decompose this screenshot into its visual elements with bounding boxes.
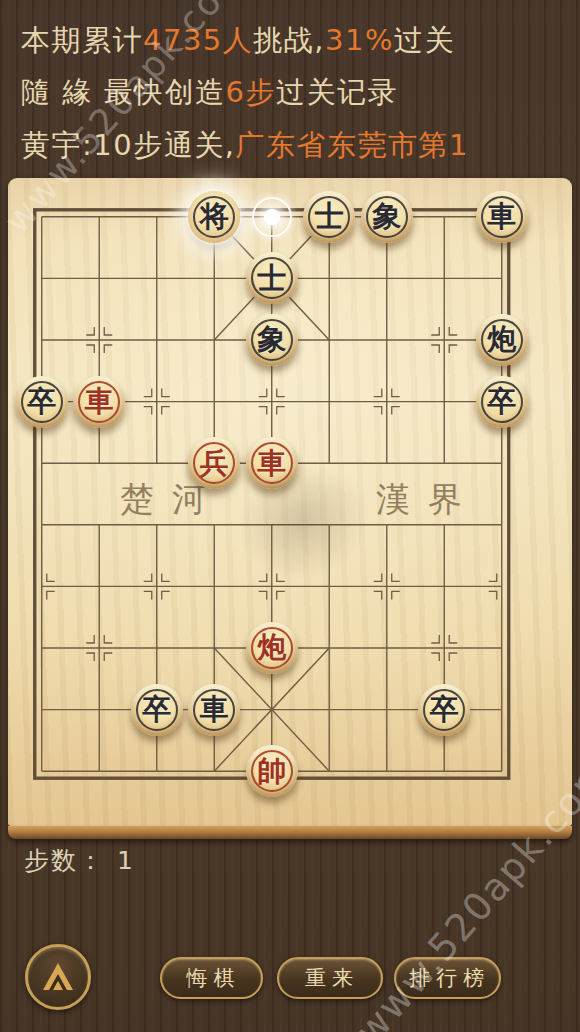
piece-character: 車 (200, 695, 229, 724)
piece-character: 将 (200, 202, 229, 231)
info-segment: 31% (325, 23, 394, 57)
board-front-edge (8, 826, 572, 839)
piece-character: 卒 (430, 695, 459, 724)
piece-black-chariot[interactable]: 車 (476, 191, 528, 243)
piece-character: 象 (257, 325, 286, 354)
piece-character: 帥 (257, 757, 286, 786)
info-segment: 4735人 (143, 23, 253, 57)
info-segment: 过关 (394, 23, 455, 57)
last-move-origin-marker (252, 197, 292, 237)
app-screen: 本期累计4735人挑战,31%过关 隨 緣 最快创造6步过关记录 黄宇:10步通… (0, 0, 580, 1032)
piece-black-soldier[interactable]: 卒 (131, 684, 183, 736)
piece-character: 士 (315, 202, 344, 231)
move-counter: 步数：1 (24, 844, 135, 877)
info-segment: 6步 (225, 75, 275, 109)
info-segment: 本期累计 (21, 23, 143, 57)
move-counter-label: 步数： (24, 846, 105, 875)
info-segment: 黄宇:10步通关, (21, 128, 235, 162)
piece-black-chariot[interactable]: 車 (188, 684, 240, 736)
info-segment: 隨 緣 最快创造 (21, 75, 225, 109)
info-segment: 挑战, (253, 23, 325, 57)
piece-black-advisor[interactable]: 士 (246, 252, 298, 304)
undo-button[interactable]: 悔棋 (160, 957, 263, 999)
pieces-layer: 将士象車士象炮卒車卒兵車炮卒車卒帥 (13, 186, 531, 802)
leaderboard-button[interactable]: 排行榜 (394, 957, 501, 999)
xiangqi-board[interactable]: 楚河 漢界 将士象車士象炮卒車卒兵車炮卒車卒帥 (8, 178, 572, 826)
piece-black-elephant[interactable]: 象 (361, 191, 413, 243)
piece-character: 士 (257, 264, 286, 293)
info-line-top-player: 黄宇:10步通关,广东省东莞市第1 (21, 129, 469, 161)
restart-button[interactable]: 重来 (277, 957, 383, 999)
info-line-record: 隨 緣 最快创造6步过关记录 (21, 76, 398, 108)
piece-character: 象 (372, 202, 401, 231)
chevron-up-icon (40, 961, 76, 993)
piece-character: 炮 (257, 633, 286, 662)
piece-red-cannon[interactable]: 炮 (246, 622, 298, 674)
piece-black-general[interactable]: 将 (188, 191, 240, 243)
piece-black-soldier[interactable]: 卒 (16, 376, 68, 428)
expand-button[interactable] (25, 944, 91, 1010)
info-segment: 广东省东莞市第1 (235, 128, 468, 162)
piece-character: 兵 (200, 449, 229, 478)
piece-black-advisor[interactable]: 士 (303, 191, 355, 243)
piece-character: 卒 (142, 695, 171, 724)
info-line-challenge-stats: 本期累计4735人挑战,31%过关 (21, 24, 455, 56)
piece-black-soldier[interactable]: 卒 (476, 376, 528, 428)
piece-character: 炮 (487, 325, 516, 354)
piece-character: 車 (257, 449, 286, 478)
move-counter-value: 1 (117, 846, 135, 875)
piece-black-soldier[interactable]: 卒 (418, 684, 470, 736)
piece-character: 車 (487, 202, 516, 231)
piece-red-chariot[interactable]: 車 (73, 376, 125, 428)
piece-character: 卒 (487, 387, 516, 416)
piece-red-general[interactable]: 帥 (246, 745, 298, 797)
piece-red-soldier[interactable]: 兵 (188, 437, 240, 489)
piece-black-cannon[interactable]: 炮 (476, 314, 528, 366)
piece-black-elephant[interactable]: 象 (246, 314, 298, 366)
piece-character: 車 (85, 387, 114, 416)
piece-red-chariot[interactable]: 車 (246, 437, 298, 489)
info-segment: 过关记录 (276, 75, 398, 109)
piece-character: 卒 (27, 387, 56, 416)
